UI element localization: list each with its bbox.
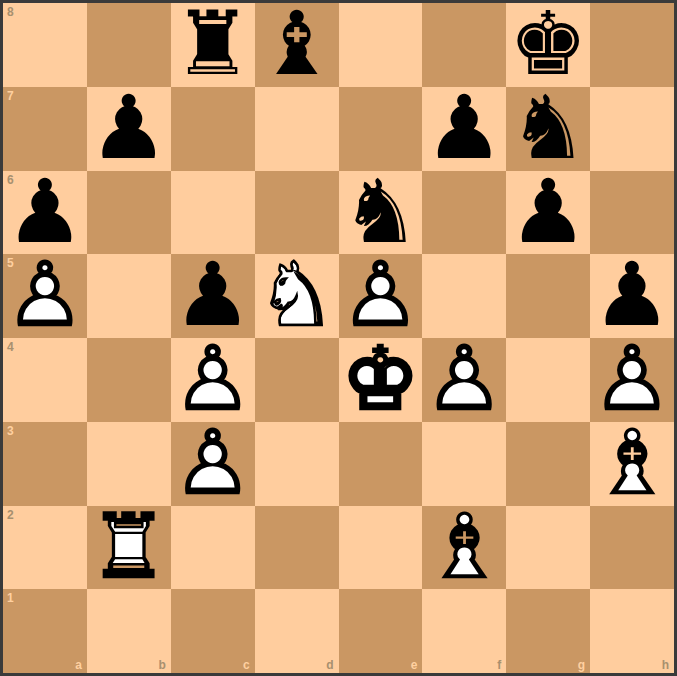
square-a6[interactable]: 6♟ xyxy=(3,171,87,255)
square-h8[interactable] xyxy=(590,3,674,87)
square-g6[interactable]: ♟ xyxy=(506,171,590,255)
white-knight-d5[interactable]: ♞♘ xyxy=(255,254,339,338)
black-pawn-c5[interactable]: ♟ xyxy=(171,254,255,338)
square-g8[interactable]: ♚ xyxy=(506,3,590,87)
file-label: h xyxy=(662,659,669,671)
black-piece-glyph: ♜ xyxy=(173,0,252,88)
square-f7[interactable]: ♟ xyxy=(422,87,506,171)
rank-label: 2 xyxy=(7,509,14,521)
board-grid: 8♜♝♚7♟♟♞6♟♞♟5♟♙♟♞♘♟♙♟4♟♙♚♔♟♙♟♙3♟♙♝♗2♜♖♝♗… xyxy=(3,3,674,673)
square-e4[interactable]: ♚♔ xyxy=(339,338,423,422)
rank-label: 3 xyxy=(7,425,14,437)
square-c1[interactable]: c xyxy=(171,589,255,673)
rank-label: 1 xyxy=(7,592,14,604)
square-e7[interactable] xyxy=(339,87,423,171)
file-label: b xyxy=(158,659,165,671)
square-g5[interactable] xyxy=(506,254,590,338)
square-h3[interactable]: ♝♗ xyxy=(590,422,674,506)
square-b3[interactable] xyxy=(87,422,171,506)
square-e3[interactable] xyxy=(339,422,423,506)
black-bishop-d8[interactable]: ♝ xyxy=(255,3,339,87)
file-label: a xyxy=(75,659,82,671)
square-d3[interactable] xyxy=(255,422,339,506)
black-pawn-b7[interactable]: ♟ xyxy=(87,87,171,171)
chess-board: 8♜♝♚7♟♟♞6♟♞♟5♟♙♟♞♘♟♙♟4♟♙♚♔♟♙♟♙3♟♙♝♗2♜♖♝♗… xyxy=(0,0,677,676)
black-knight-e6[interactable]: ♞ xyxy=(339,171,423,255)
white-bishop-f2[interactable]: ♝♗ xyxy=(422,506,506,590)
square-f6[interactable] xyxy=(422,171,506,255)
square-f5[interactable] xyxy=(422,254,506,338)
white-piece-outline: ♘ xyxy=(257,251,336,339)
black-king-g8[interactable]: ♚ xyxy=(506,3,590,87)
file-label: e xyxy=(411,659,418,671)
square-c2[interactable] xyxy=(171,506,255,590)
square-b6[interactable] xyxy=(87,171,171,255)
square-a3[interactable]: 3 xyxy=(3,422,87,506)
white-rook-b2[interactable]: ♜♖ xyxy=(87,506,171,590)
square-h7[interactable] xyxy=(590,87,674,171)
white-pawn-h4[interactable]: ♟♙ xyxy=(590,338,674,422)
file-label: g xyxy=(578,659,585,671)
file-label: d xyxy=(326,659,333,671)
square-h5[interactable]: ♟ xyxy=(590,254,674,338)
square-f3[interactable] xyxy=(422,422,506,506)
square-c4[interactable]: ♟♙ xyxy=(171,338,255,422)
square-a4[interactable]: 4 xyxy=(3,338,87,422)
white-pawn-c4[interactable]: ♟♙ xyxy=(171,338,255,422)
file-label: c xyxy=(243,659,250,671)
square-e1[interactable]: e xyxy=(339,589,423,673)
file-label: f xyxy=(497,659,501,671)
square-a7[interactable]: 7 xyxy=(3,87,87,171)
black-rook-c8[interactable]: ♜ xyxy=(171,3,255,87)
white-bishop-h3[interactable]: ♝♗ xyxy=(590,422,674,506)
square-f2[interactable]: ♝♗ xyxy=(422,506,506,590)
black-piece-glyph: ♟ xyxy=(509,168,588,256)
rank-label: 4 xyxy=(7,341,14,353)
white-piece-outline: ♖ xyxy=(89,503,168,591)
square-e2[interactable] xyxy=(339,506,423,590)
square-b7[interactable]: ♟ xyxy=(87,87,171,171)
black-pawn-f7[interactable]: ♟ xyxy=(422,87,506,171)
white-king-e4[interactable]: ♚♔ xyxy=(339,338,423,422)
square-h6[interactable] xyxy=(590,171,674,255)
square-g7[interactable]: ♞ xyxy=(506,87,590,171)
square-c8[interactable]: ♜ xyxy=(171,3,255,87)
black-piece-glyph: ♟ xyxy=(89,84,168,172)
square-g3[interactable] xyxy=(506,422,590,506)
black-piece-glyph: ♝ xyxy=(257,0,336,88)
square-f8[interactable] xyxy=(422,3,506,87)
square-d5[interactable]: ♞♘ xyxy=(255,254,339,338)
square-e5[interactable]: ♟♙ xyxy=(339,254,423,338)
white-piece-outline: ♙ xyxy=(173,419,252,507)
square-d7[interactable] xyxy=(255,87,339,171)
square-h4[interactable]: ♟♙ xyxy=(590,338,674,422)
square-f4[interactable]: ♟♙ xyxy=(422,338,506,422)
white-piece-outline: ♗ xyxy=(425,503,504,591)
square-g1[interactable]: g xyxy=(506,589,590,673)
black-knight-g7[interactable]: ♞ xyxy=(506,87,590,171)
black-piece-glyph: ♟ xyxy=(425,84,504,172)
rank-label: 7 xyxy=(7,90,14,102)
square-a2[interactable]: 2 xyxy=(3,506,87,590)
rank-label: 8 xyxy=(7,6,14,18)
square-d4[interactable] xyxy=(255,338,339,422)
square-d6[interactable] xyxy=(255,171,339,255)
square-a1[interactable]: 1a xyxy=(3,589,87,673)
square-c5[interactable]: ♟ xyxy=(171,254,255,338)
square-d8[interactable]: ♝ xyxy=(255,3,339,87)
white-piece-outline: ♙ xyxy=(425,335,504,423)
square-g2[interactable] xyxy=(506,506,590,590)
square-c3[interactable]: ♟♙ xyxy=(171,422,255,506)
square-a8[interactable]: 8 xyxy=(3,3,87,87)
square-e8[interactable] xyxy=(339,3,423,87)
square-e6[interactable]: ♞ xyxy=(339,171,423,255)
white-piece-outline: ♔ xyxy=(341,335,420,423)
square-b4[interactable] xyxy=(87,338,171,422)
square-h1[interactable]: h xyxy=(590,589,674,673)
square-f1[interactable]: f xyxy=(422,589,506,673)
square-h2[interactable] xyxy=(590,506,674,590)
black-pawn-a6[interactable]: ♟ xyxy=(3,171,87,255)
square-d2[interactable] xyxy=(255,506,339,590)
white-piece-outline: ♗ xyxy=(593,419,672,507)
white-pawn-e5[interactable]: ♟♙ xyxy=(339,254,423,338)
square-a5[interactable]: 5♟♙ xyxy=(3,254,87,338)
square-b5[interactable] xyxy=(87,254,171,338)
black-pawn-h5[interactable]: ♟ xyxy=(590,254,674,338)
white-piece-outline: ♙ xyxy=(5,251,84,339)
square-g4[interactable] xyxy=(506,338,590,422)
square-b2[interactable]: ♜♖ xyxy=(87,506,171,590)
square-d1[interactable]: d xyxy=(255,589,339,673)
white-pawn-f4[interactable]: ♟♙ xyxy=(422,338,506,422)
square-c7[interactable] xyxy=(171,87,255,171)
black-pawn-g6[interactable]: ♟ xyxy=(506,171,590,255)
square-b8[interactable] xyxy=(87,3,171,87)
white-pawn-a5[interactable]: ♟♙ xyxy=(3,254,87,338)
white-pawn-c3[interactable]: ♟♙ xyxy=(171,422,255,506)
square-c6[interactable] xyxy=(171,171,255,255)
square-b1[interactable]: b xyxy=(87,589,171,673)
